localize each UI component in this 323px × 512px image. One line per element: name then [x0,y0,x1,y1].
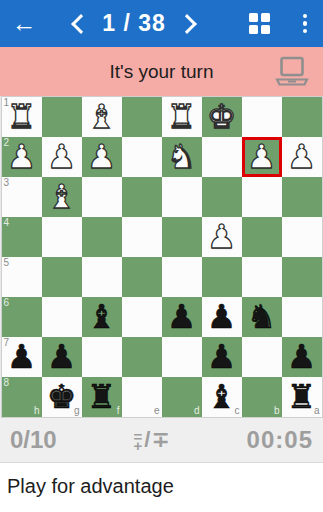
square-e1[interactable] [122,97,162,137]
square-d8[interactable]: d [162,377,202,417]
square-h7[interactable]: 7♟ [2,337,42,377]
black-pawn-h7[interactable]: ♟ [7,337,37,377]
square-b1[interactable] [242,97,282,137]
black-bishop-c8[interactable]: ♝ [207,377,237,417]
white-pawn-h2[interactable]: ♟ [7,137,37,177]
square-g7[interactable]: ♟ [42,337,82,377]
square-b3[interactable] [242,177,282,217]
square-c6[interactable]: ♟ [202,297,242,337]
square-b7[interactable] [242,337,282,377]
square-c2[interactable] [202,137,242,177]
square-b8[interactable]: b [242,377,282,417]
square-h1[interactable]: 1♜ [2,97,42,137]
square-d7[interactable] [162,337,202,377]
board-area: 1♜♝♜♚2♟♟♟♞♟♟3♝4♟56♝♟♟♞7♟♟♟♟8hg♚f♜edc♝ba♜ [0,96,323,418]
square-d4[interactable] [162,217,202,257]
eval-equal-plus-symbol: = + [134,430,143,450]
square-f8[interactable]: f♜ [82,377,122,417]
white-king-c1[interactable]: ♚ [207,97,237,137]
square-e2[interactable] [122,137,162,177]
square-a8[interactable]: a♜ [282,377,322,417]
square-f2[interactable]: ♟ [82,137,122,177]
square-e6[interactable] [122,297,162,337]
black-rook-a8[interactable]: ♜ [287,377,317,417]
white-pawn-f2[interactable]: ♟ [87,137,117,177]
square-f6[interactable]: ♝ [82,297,122,337]
square-a3[interactable] [282,177,322,217]
square-a2[interactable]: ♟ [282,137,322,177]
square-g5[interactable] [42,257,82,297]
square-d3[interactable] [162,177,202,217]
file-label-d: d [194,406,200,416]
evaluation-goal-symbols: = + / ∓ [134,427,170,453]
square-a5[interactable] [282,257,322,297]
file-label-e: e [154,406,160,416]
black-pawn-c6[interactable]: ♟ [207,297,237,337]
white-rook-d1[interactable]: ♜ [167,97,197,137]
square-c1[interactable]: ♚ [202,97,242,137]
square-e8[interactable]: e [122,377,162,417]
square-b2[interactable]: ♟ [242,137,282,177]
top-bar-actions [249,0,323,47]
square-d2[interactable]: ♞ [162,137,202,177]
square-a7[interactable]: ♟ [282,337,322,377]
square-d6[interactable]: ♟ [162,297,202,337]
square-f3[interactable] [82,177,122,217]
square-c8[interactable]: c♝ [202,377,242,417]
file-label-h: h [34,406,40,416]
white-knight-d2[interactable]: ♞ [167,137,197,177]
square-f7[interactable] [82,337,122,377]
white-bishop-f1[interactable]: ♝ [87,97,117,137]
top-bar: ← 1 / 38 [0,0,323,47]
rank-label-8: 8 [4,378,10,388]
white-pawn-g2[interactable]: ♟ [47,137,77,177]
black-pawn-c7[interactable]: ♟ [207,337,237,377]
turn-banner-text: It's your turn [110,61,214,83]
task-area: Play for advantage [0,463,323,512]
square-h2[interactable]: 2♟ [2,137,42,177]
previous-puzzle-chevron-icon[interactable] [71,14,91,34]
white-pawn-a2[interactable]: ♟ [287,137,317,177]
square-c5[interactable] [202,257,242,297]
white-bishop-g3[interactable]: ♝ [47,177,77,217]
square-f1[interactable]: ♝ [82,97,122,137]
black-rook-f8[interactable]: ♜ [87,377,117,417]
square-h4[interactable]: 4 [2,217,42,257]
computer-opponent-icon[interactable] [274,56,310,91]
app-root: ← 1 / 38 It's your turn 1♜♝♜♚2♟♟♟♞♟♟3♝4♟… [0,0,323,512]
square-c3[interactable] [202,177,242,217]
square-a4[interactable] [282,217,322,257]
overflow-menu-icon[interactable] [293,0,317,47]
back-arrow-icon: ← [12,11,37,36]
square-g6[interactable] [42,297,82,337]
square-f4[interactable] [82,217,122,257]
square-h6[interactable]: 6 [2,297,42,337]
file-label-f: f [117,406,120,416]
task-description: Play for advantage [7,475,316,498]
square-c4[interactable]: ♟ [202,217,242,257]
square-f5[interactable] [82,257,122,297]
turn-banner: It's your turn [0,47,323,96]
rank-label-3: 3 [4,178,10,188]
rank-label-4: 4 [4,218,10,228]
square-b4[interactable] [242,217,282,257]
white-pawn-b2[interactable]: ♟ [247,137,277,177]
square-e5[interactable] [122,257,162,297]
black-pawn-d6[interactable]: ♟ [167,297,197,337]
square-h3[interactable]: 3 [2,177,42,217]
timer: 00:05 [247,426,313,454]
black-knight-b6[interactable]: ♞ [247,297,277,337]
square-g8[interactable]: g♚ [42,377,82,417]
puzzle-navigation: 1 / 38 [74,10,194,37]
square-e3[interactable] [122,177,162,217]
white-rook-h1[interactable]: ♜ [7,97,37,137]
back-button[interactable]: ← [0,0,48,47]
next-puzzle-chevron-icon[interactable] [177,14,197,34]
black-pawn-a7[interactable]: ♟ [287,337,317,377]
square-c7[interactable]: ♟ [202,337,242,377]
square-g1[interactable] [42,97,82,137]
puzzle-counter: 1 / 38 [102,10,166,37]
square-g4[interactable] [42,217,82,257]
white-pawn-c4[interactable]: ♟ [207,217,237,257]
square-a6[interactable] [282,297,322,337]
black-king-g8[interactable]: ♚ [47,377,77,417]
square-e7[interactable] [122,337,162,377]
file-label-b: b [274,406,280,416]
square-h5[interactable]: 5 [2,257,42,297]
puzzle-list-grid-icon[interactable] [249,13,271,35]
eval-minus-plus-symbol: ∓ [151,427,169,453]
black-pawn-g7[interactable]: ♟ [47,337,77,377]
status-bar: 0/10 = + / ∓ 00:05 [0,418,323,463]
square-b6[interactable]: ♞ [242,297,282,337]
square-g2[interactable]: ♟ [42,137,82,177]
square-g3[interactable]: ♝ [42,177,82,217]
chess-board: 1♜♝♜♚2♟♟♟♞♟♟3♝4♟56♝♟♟♞7♟♟♟♟8hg♚f♜edc♝ba♜ [1,96,323,418]
rank-label-6: 6 [4,298,10,308]
square-e4[interactable] [122,217,162,257]
square-h8[interactable]: 8h [2,377,42,417]
score-counter: 0/10 [10,426,57,454]
square-b5[interactable] [242,257,282,297]
square-d5[interactable] [162,257,202,297]
black-bishop-f6[interactable]: ♝ [87,297,117,337]
rank-label-5: 5 [4,258,10,268]
square-a1[interactable] [282,97,322,137]
square-d1[interactable]: ♜ [162,97,202,137]
